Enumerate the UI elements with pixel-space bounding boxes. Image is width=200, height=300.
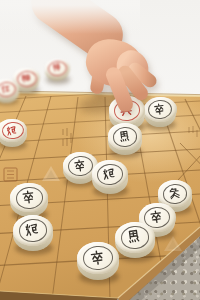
overexposed-highlight (0, 0, 140, 34)
photo-xiangqi-scene: { "game": "xiangqi", "scene": { "descrip… (0, 0, 200, 300)
hand (0, 0, 200, 300)
